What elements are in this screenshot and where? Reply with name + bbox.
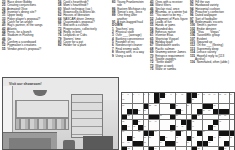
grid-cell[interactable] bbox=[138, 136, 143, 141]
grid-cell[interactable]: 31 bbox=[208, 109, 213, 114]
grid-cell[interactable]: 47 bbox=[176, 125, 181, 130]
cell-number: 9 bbox=[176, 93, 177, 95]
black-cell bbox=[154, 93, 159, 98]
grid-cell[interactable] bbox=[138, 147, 143, 150]
grid-cell[interactable] bbox=[197, 98, 202, 103]
grid-cell[interactable] bbox=[230, 147, 235, 150]
grid-cell[interactable] bbox=[181, 115, 186, 120]
grid-cell[interactable] bbox=[187, 115, 192, 120]
grid-cell[interactable] bbox=[165, 115, 170, 120]
grid-cell[interactable]: 44 bbox=[127, 125, 132, 130]
black-cell bbox=[187, 125, 192, 130]
cell-number: 16 bbox=[224, 93, 226, 95]
grid-cell[interactable] bbox=[149, 141, 154, 146]
grid-cell[interactable] bbox=[138, 115, 143, 120]
grid-cell[interactable]: 55 bbox=[181, 131, 186, 136]
grid-cell[interactable] bbox=[187, 131, 192, 136]
grid-cell[interactable] bbox=[138, 98, 143, 103]
grid-cell[interactable] bbox=[133, 115, 138, 120]
grid-cell[interactable]: 66 bbox=[122, 141, 127, 146]
grid-cell[interactable] bbox=[144, 98, 149, 103]
grid-cell[interactable] bbox=[230, 125, 235, 130]
cell-number: 41 bbox=[154, 120, 156, 122]
grid-cell[interactable] bbox=[192, 104, 197, 109]
grid-cell[interactable]: 62 bbox=[192, 136, 197, 141]
black-cell bbox=[203, 104, 208, 109]
grid-cell[interactable] bbox=[170, 147, 175, 150]
clue-number: 89 bbox=[112, 13, 115, 17]
grid-cell[interactable] bbox=[213, 131, 218, 136]
grid-cell[interactable] bbox=[165, 104, 170, 109]
grid-cell[interactable]: 8 bbox=[170, 93, 175, 98]
grid-cell[interactable] bbox=[197, 104, 202, 109]
cell-number: 28 bbox=[144, 109, 146, 111]
cell-number: 73 bbox=[128, 147, 130, 149]
clue-text: Waltz or samba bbox=[154, 67, 176, 71]
cell-number: 38 bbox=[122, 120, 124, 122]
grid-cell[interactable]: 35 bbox=[197, 115, 202, 120]
clue-item: 55 Vendor-priest's proposal? bbox=[2, 48, 54, 51]
black-cell bbox=[149, 147, 154, 150]
grid-cell[interactable] bbox=[170, 120, 175, 125]
cell-number: 49 bbox=[192, 125, 194, 127]
cell-number: 30 bbox=[203, 109, 205, 111]
black-cell bbox=[170, 125, 175, 130]
cell-number: 14 bbox=[214, 93, 216, 95]
cell-number: 46 bbox=[144, 125, 146, 127]
black-cell bbox=[213, 120, 218, 125]
grid-cell[interactable] bbox=[208, 147, 213, 150]
grid-cell[interactable] bbox=[160, 125, 165, 130]
grid-cell[interactable]: 56 bbox=[203, 131, 208, 136]
grid-cell[interactable]: 14 bbox=[213, 93, 218, 98]
black-cell bbox=[187, 136, 192, 141]
grid-cell[interactable]: 20 bbox=[192, 98, 197, 103]
grid-cell[interactable] bbox=[230, 104, 235, 109]
cell-number: 59 bbox=[149, 136, 151, 138]
cell-number: 62 bbox=[192, 136, 194, 138]
cell-number: 53 bbox=[154, 130, 156, 132]
cell-number: 45 bbox=[133, 125, 135, 127]
grid-cell[interactable] bbox=[160, 147, 165, 150]
grid-cell[interactable] bbox=[208, 115, 213, 120]
grid-cell[interactable] bbox=[230, 98, 235, 103]
clue-number: 82 bbox=[58, 43, 61, 47]
grid-cell[interactable] bbox=[224, 120, 229, 125]
grid-cell[interactable]: 38 bbox=[122, 120, 127, 125]
grid-cell[interactable]: 5 bbox=[144, 93, 149, 98]
black-cell bbox=[133, 109, 138, 114]
grid-cell[interactable] bbox=[197, 120, 202, 125]
grid-cell[interactable]: 70 bbox=[176, 141, 181, 146]
grid-cell[interactable] bbox=[181, 104, 186, 109]
grid-cell[interactable]: 36 bbox=[219, 115, 224, 120]
grid-cell[interactable]: 13 bbox=[208, 93, 213, 98]
cell-number: 44 bbox=[128, 125, 130, 127]
grid-cell[interactable] bbox=[213, 115, 218, 120]
grid-cell[interactable] bbox=[154, 141, 159, 146]
cell-number: 66 bbox=[122, 141, 124, 143]
grid-cell[interactable]: 19 bbox=[160, 98, 165, 103]
black-cell bbox=[219, 131, 224, 136]
grid-cell[interactable] bbox=[149, 109, 154, 114]
grid-cell[interactable]: 52 bbox=[138, 131, 143, 136]
cell-number: 10 bbox=[181, 93, 183, 95]
grid-cell[interactable] bbox=[133, 147, 138, 150]
grid-cell[interactable]: 67 bbox=[127, 141, 132, 146]
black-cell bbox=[187, 93, 192, 98]
cell-number: 47 bbox=[176, 125, 178, 127]
grid-cell[interactable] bbox=[203, 147, 208, 150]
grid-cell[interactable]: 72 bbox=[208, 141, 213, 146]
grid-cell[interactable] bbox=[133, 98, 138, 103]
clue-column-1: 23 Race driver Bobby25 Creating conjunct… bbox=[2, 1, 54, 51]
grid-cell[interactable] bbox=[165, 125, 170, 130]
black-cell bbox=[208, 104, 213, 109]
clue-number: 116 bbox=[190, 60, 195, 64]
black-cell bbox=[154, 98, 159, 103]
grid-cell[interactable]: 71 bbox=[187, 141, 192, 146]
cell-number: 7 bbox=[165, 93, 166, 95]
grid-cell[interactable] bbox=[203, 115, 208, 120]
grid-cell[interactable] bbox=[230, 109, 235, 114]
cell-number: 52 bbox=[138, 130, 140, 132]
clue-text: Holder for a plant bbox=[62, 43, 86, 47]
grid-cell[interactable]: 26 bbox=[213, 104, 218, 109]
grid-cell[interactable]: 68 bbox=[144, 141, 149, 146]
grid-cell[interactable]: 53 bbox=[154, 131, 159, 136]
crossword-grid: 1234567891011121314151617181920212223242… bbox=[121, 92, 235, 150]
cell-number: 72 bbox=[208, 141, 210, 143]
grid-cell[interactable]: 74 bbox=[154, 147, 159, 150]
cell-number: 55 bbox=[181, 130, 183, 132]
grid-cell[interactable] bbox=[208, 131, 213, 136]
grid-cell[interactable]: 7 bbox=[165, 93, 170, 98]
grid-cell[interactable] bbox=[154, 136, 159, 141]
grid-cell[interactable]: 54 bbox=[170, 131, 175, 136]
clue-column-2: 56 Cook's heartthrob?58 Mom's heartthrob… bbox=[58, 1, 110, 48]
grid-cell[interactable]: 1 bbox=[122, 93, 127, 98]
clue-number: 83 bbox=[112, 0, 115, 4]
black-cell bbox=[197, 131, 202, 136]
cell-number: 26 bbox=[214, 104, 216, 106]
upper-cabinets bbox=[15, 100, 69, 118]
grid-cell[interactable] bbox=[138, 104, 143, 109]
grid-cell[interactable]: 59 bbox=[149, 136, 154, 141]
grid-cell[interactable] bbox=[197, 125, 202, 130]
grid-cell[interactable] bbox=[165, 147, 170, 150]
grid-cell[interactable] bbox=[208, 120, 213, 125]
grid-cell[interactable]: 40 bbox=[149, 120, 154, 125]
cell-number: 8 bbox=[171, 93, 172, 95]
grid-cell[interactable]: 22 bbox=[149, 104, 154, 109]
black-cell bbox=[127, 136, 132, 141]
grid-cell[interactable]: 33 bbox=[160, 115, 165, 120]
grid-cell[interactable] bbox=[170, 98, 175, 103]
black-cell bbox=[224, 131, 229, 136]
grid-cell[interactable]: 32 bbox=[127, 115, 132, 120]
cell-number: 71 bbox=[187, 141, 189, 143]
grid-cell[interactable]: 57 bbox=[133, 136, 138, 141]
grid-cell[interactable]: 75 bbox=[197, 147, 202, 150]
cell-number: 5 bbox=[144, 93, 145, 95]
black-cell bbox=[149, 115, 154, 120]
grid-cell[interactable]: 4 bbox=[138, 93, 143, 98]
clue-item: 75 Waltz or samba bbox=[150, 68, 188, 71]
cell-number: 18 bbox=[122, 98, 124, 100]
cell-number: 43 bbox=[219, 120, 221, 122]
cell-number: 42 bbox=[192, 120, 194, 122]
grid-cell[interactable] bbox=[224, 136, 229, 141]
black-cell bbox=[224, 109, 229, 114]
grid-cell[interactable] bbox=[176, 147, 181, 150]
cell-number: 75 bbox=[197, 147, 199, 149]
grid-cell[interactable]: 21 bbox=[122, 104, 127, 109]
grid-cell[interactable] bbox=[127, 98, 132, 103]
cell-number: 48 bbox=[181, 125, 183, 127]
grid-cell[interactable] bbox=[160, 109, 165, 114]
cell-number: 39 bbox=[138, 120, 140, 122]
grid-cell[interactable] bbox=[144, 147, 149, 150]
cell-number: 51 bbox=[122, 130, 124, 132]
black-cell bbox=[197, 141, 202, 146]
grid-cell[interactable] bbox=[133, 131, 138, 136]
cell-number: 35 bbox=[197, 114, 199, 116]
black-cell bbox=[170, 141, 175, 146]
black-cell bbox=[149, 131, 154, 136]
cell-number: 3 bbox=[133, 93, 134, 95]
grid-cell[interactable]: 65 bbox=[230, 136, 235, 141]
cell-number: 17 bbox=[230, 93, 232, 95]
grid-cell[interactable] bbox=[192, 141, 197, 146]
mid-shelf-items bbox=[15, 118, 69, 130]
grid-cell[interactable] bbox=[122, 109, 127, 114]
black-cell bbox=[170, 104, 175, 109]
black-cell bbox=[122, 125, 127, 130]
grid-cell[interactable] bbox=[127, 104, 132, 109]
grid-cell[interactable] bbox=[187, 109, 192, 114]
grid-cell[interactable] bbox=[230, 141, 235, 146]
cell-number: 31 bbox=[208, 109, 210, 111]
grid-cell[interactable] bbox=[230, 120, 235, 125]
cell-number: 32 bbox=[128, 114, 130, 116]
cell-number: 69 bbox=[160, 141, 162, 143]
cell-number: 60 bbox=[165, 136, 167, 138]
grid-cell[interactable] bbox=[219, 141, 224, 146]
clue-column-3: 83 Young Frankenstein role86 Eastern Mic… bbox=[112, 1, 148, 58]
grid-cell[interactable] bbox=[224, 98, 229, 103]
grid-cell[interactable]: 16 bbox=[224, 93, 229, 98]
black-cell bbox=[176, 109, 181, 114]
grid-cell[interactable] bbox=[170, 109, 175, 114]
grid-cell[interactable] bbox=[165, 120, 170, 125]
grid-cell[interactable] bbox=[181, 147, 186, 150]
cell-number: 6 bbox=[149, 93, 150, 95]
black-cell bbox=[192, 93, 197, 98]
black-cell bbox=[219, 147, 224, 150]
grid-cell[interactable]: 39 bbox=[138, 120, 143, 125]
grid-cell[interactable]: 25 bbox=[187, 104, 192, 109]
grid-cell[interactable]: 69 bbox=[160, 141, 165, 146]
grid-cell[interactable]: 29 bbox=[181, 109, 186, 114]
grid-cell[interactable]: 11 bbox=[197, 93, 202, 98]
grid-cell[interactable] bbox=[127, 120, 132, 125]
grid-cell[interactable]: 27 bbox=[138, 109, 143, 114]
cell-number: 12 bbox=[203, 93, 205, 95]
grid-cell[interactable] bbox=[181, 136, 186, 141]
grid-cell[interactable] bbox=[213, 147, 218, 150]
grid-cell[interactable] bbox=[154, 125, 159, 130]
grid-cell[interactable]: 49 bbox=[192, 125, 197, 130]
grid-cell[interactable]: 2 bbox=[127, 93, 132, 98]
grid-cell[interactable]: 34 bbox=[176, 115, 181, 120]
black-cell bbox=[224, 141, 229, 146]
black-cell bbox=[187, 98, 192, 103]
clue-column-5: 92 Fill the van93 Hardwood variety94 Hor… bbox=[190, 1, 234, 65]
grid-cell[interactable]: 58 bbox=[144, 136, 149, 141]
grid-cell[interactable] bbox=[219, 98, 224, 103]
cell-number: 70 bbox=[176, 141, 178, 143]
grid-cell[interactable]: 41 bbox=[154, 120, 159, 125]
black-cell bbox=[165, 141, 170, 146]
grid-cell[interactable]: 12 bbox=[203, 93, 208, 98]
grid-cell[interactable] bbox=[160, 120, 165, 125]
grid-cell[interactable]: 23 bbox=[154, 104, 159, 109]
grid-cell[interactable] bbox=[203, 120, 208, 125]
grid-cell[interactable] bbox=[181, 98, 186, 103]
cell-number: 64 bbox=[219, 136, 221, 138]
cell-number: 40 bbox=[149, 120, 151, 122]
grid-cell[interactable]: 51 bbox=[122, 131, 127, 136]
dark-appliance bbox=[83, 136, 113, 149]
black-cell bbox=[176, 131, 181, 136]
black-cell bbox=[133, 120, 138, 125]
black-cell bbox=[160, 136, 165, 141]
grid-cell[interactable] bbox=[197, 136, 202, 141]
black-cell bbox=[192, 115, 197, 120]
grid-cell[interactable] bbox=[224, 104, 229, 109]
grid-cell[interactable]: 42 bbox=[192, 120, 197, 125]
clue-number: 9 bbox=[112, 54, 114, 58]
grid-cell[interactable]: 64 bbox=[219, 136, 224, 141]
grid-cell[interactable] bbox=[154, 109, 159, 114]
showroom-ad: Visit our showroom! bbox=[2, 77, 119, 150]
grid-cell[interactable]: 46 bbox=[144, 125, 149, 130]
grid-cell[interactable]: 28 bbox=[144, 109, 149, 114]
grid-cell[interactable] bbox=[213, 98, 218, 103]
cell-number: 24 bbox=[176, 104, 178, 106]
cell-number: 4 bbox=[138, 93, 139, 95]
grid-cell[interactable] bbox=[219, 104, 224, 109]
grid-cell[interactable]: 61 bbox=[176, 136, 181, 141]
black-cell bbox=[197, 109, 202, 114]
cell-number: 22 bbox=[149, 104, 151, 106]
grid-cell[interactable] bbox=[213, 141, 218, 146]
grid-cell[interactable] bbox=[149, 125, 154, 130]
grid-cell[interactable] bbox=[160, 104, 165, 109]
grid-cell[interactable] bbox=[165, 131, 170, 136]
grid-cell[interactable]: 50 bbox=[213, 125, 218, 130]
grid-cell[interactable]: 10 bbox=[181, 93, 186, 98]
cell-number: 29 bbox=[181, 109, 183, 111]
clue-column-4: 43 Ones with a receiver44 Worst filters4… bbox=[150, 1, 188, 71]
grid-cell[interactable] bbox=[181, 141, 186, 146]
grid-cell[interactable] bbox=[203, 98, 208, 103]
black-cell bbox=[133, 141, 138, 146]
right-shelving bbox=[71, 94, 103, 138]
black-cell bbox=[154, 115, 159, 120]
black-cell bbox=[181, 120, 186, 125]
grid-cell[interactable] bbox=[133, 104, 138, 109]
grid-cell[interactable] bbox=[176, 120, 181, 125]
grid-cell[interactable] bbox=[230, 115, 235, 120]
black-cell bbox=[138, 141, 143, 146]
grid-cell[interactable] bbox=[176, 98, 181, 103]
grid-cell[interactable] bbox=[224, 125, 229, 130]
grid-cell[interactable] bbox=[127, 131, 132, 136]
grid-cell[interactable] bbox=[149, 98, 154, 103]
grid-cell[interactable]: 9 bbox=[176, 93, 181, 98]
grid-cell[interactable] bbox=[219, 125, 224, 130]
grid-cell[interactable] bbox=[144, 115, 149, 120]
grid-cell[interactable] bbox=[192, 109, 197, 114]
grid-cell[interactable]: 76 bbox=[224, 147, 229, 150]
grid-cell[interactable] bbox=[203, 136, 208, 141]
grid-cell[interactable] bbox=[165, 98, 170, 103]
cell-number: 58 bbox=[144, 136, 146, 138]
cell-number: 67 bbox=[128, 141, 130, 143]
grid-cell[interactable] bbox=[160, 131, 165, 136]
grid-cell[interactable]: 17 bbox=[230, 93, 235, 98]
grid-cell[interactable]: 30 bbox=[203, 109, 208, 114]
grid-cell[interactable]: 3 bbox=[133, 93, 138, 98]
grid-cell[interactable]: 24 bbox=[176, 104, 181, 109]
grid-cell[interactable] bbox=[170, 136, 175, 141]
grid-cell[interactable] bbox=[208, 98, 213, 103]
cell-number: 27 bbox=[138, 109, 140, 111]
grid-cell[interactable]: 37 bbox=[224, 115, 229, 120]
cell-number: 1 bbox=[122, 93, 123, 95]
black-cell bbox=[203, 141, 208, 146]
cell-number: 37 bbox=[224, 114, 226, 116]
black-cell bbox=[122, 147, 127, 150]
cell-number: 33 bbox=[160, 114, 162, 116]
grid-cell[interactable]: 63 bbox=[213, 136, 218, 141]
grid-cell[interactable] bbox=[122, 136, 127, 141]
grid-cell[interactable] bbox=[203, 125, 208, 130]
cell-number: 61 bbox=[176, 136, 178, 138]
grid-cell[interactable]: 18 bbox=[122, 98, 127, 103]
clue-text: Nominated, often (abbr.) bbox=[196, 60, 229, 64]
grid-cell[interactable]: 45 bbox=[133, 125, 138, 130]
grid-cell[interactable]: 6 bbox=[149, 93, 154, 98]
cell-number: 65 bbox=[230, 136, 232, 138]
grid-cell[interactable]: 60 bbox=[165, 136, 170, 141]
grid-cell[interactable]: 15 bbox=[219, 93, 224, 98]
black-cell bbox=[160, 93, 165, 98]
grid-cell[interactable] bbox=[144, 120, 149, 125]
cell-number: 50 bbox=[214, 125, 216, 127]
grid-cell[interactable]: 43 bbox=[219, 120, 224, 125]
grid-cell[interactable]: 73 bbox=[127, 147, 132, 150]
grid-cell[interactable] bbox=[165, 109, 170, 114]
grid-cell[interactable]: 48 bbox=[181, 125, 186, 130]
cell-number: 57 bbox=[133, 136, 135, 138]
black-cell bbox=[138, 125, 143, 130]
cell-number: 63 bbox=[214, 136, 216, 138]
grid-cell[interactable] bbox=[192, 131, 197, 136]
grid-cell[interactable] bbox=[187, 147, 192, 150]
